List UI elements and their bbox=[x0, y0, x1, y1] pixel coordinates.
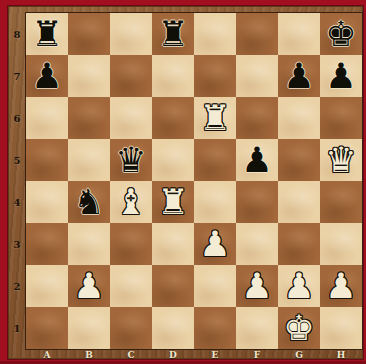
square-b4[interactable]: ♞︎ bbox=[68, 181, 110, 223]
square-f6[interactable] bbox=[236, 97, 278, 139]
rank-label-3: 3 bbox=[8, 223, 26, 265]
square-a4[interactable] bbox=[26, 181, 68, 223]
square-h5[interactable]: ♛︎ bbox=[320, 139, 362, 181]
piece-white-bishop: ♝︎ bbox=[115, 185, 146, 220]
piece-white-queen: ♛︎ bbox=[325, 143, 356, 178]
piece-black-pawn: ♟︎ bbox=[325, 59, 356, 94]
square-b2[interactable]: ♟︎ bbox=[68, 265, 110, 307]
rank-label-8: 8 bbox=[8, 13, 26, 55]
piece-black-rook: ♜︎ bbox=[31, 17, 62, 52]
rank-labels: 87654321 bbox=[8, 13, 26, 349]
square-h6[interactable] bbox=[320, 97, 362, 139]
square-c2[interactable] bbox=[110, 265, 152, 307]
square-f1[interactable] bbox=[236, 307, 278, 349]
square-e7[interactable] bbox=[194, 55, 236, 97]
file-label-b: B bbox=[68, 348, 110, 361]
square-h3[interactable] bbox=[320, 223, 362, 265]
piece-white-rook: ♜︎ bbox=[157, 185, 188, 220]
square-c5[interactable]: ♛︎ bbox=[110, 139, 152, 181]
square-a1[interactable] bbox=[26, 307, 68, 349]
square-e6[interactable]: ♜︎ bbox=[194, 97, 236, 139]
file-label-e: E bbox=[194, 348, 236, 361]
square-b7[interactable] bbox=[68, 55, 110, 97]
piece-black-knight: ♞︎ bbox=[73, 185, 104, 220]
chess-board: ♜︎♜︎♚︎♟︎♟︎♟︎♜︎♛︎♟︎♛︎♞︎♝︎♜︎♟︎♟︎♟︎♟︎♟︎♚︎ bbox=[26, 13, 362, 349]
square-c3[interactable] bbox=[110, 223, 152, 265]
square-b5[interactable] bbox=[68, 139, 110, 181]
piece-black-king: ♚︎ bbox=[325, 17, 356, 52]
square-d2[interactable] bbox=[152, 265, 194, 307]
rank-label-4: 4 bbox=[8, 181, 26, 223]
square-f4[interactable] bbox=[236, 181, 278, 223]
square-e8[interactable] bbox=[194, 13, 236, 55]
file-label-a: A bbox=[26, 348, 68, 361]
square-g4[interactable] bbox=[278, 181, 320, 223]
square-h1[interactable] bbox=[320, 307, 362, 349]
square-h7[interactable]: ♟︎ bbox=[320, 55, 362, 97]
square-h8[interactable]: ♚︎ bbox=[320, 13, 362, 55]
square-e1[interactable] bbox=[194, 307, 236, 349]
square-e5[interactable] bbox=[194, 139, 236, 181]
piece-white-king: ♚︎ bbox=[283, 311, 314, 346]
square-f7[interactable] bbox=[236, 55, 278, 97]
square-d5[interactable] bbox=[152, 139, 194, 181]
piece-black-pawn: ♟︎ bbox=[283, 59, 314, 94]
square-d4[interactable]: ♜︎ bbox=[152, 181, 194, 223]
file-label-f: F bbox=[236, 348, 278, 361]
file-label-h: H bbox=[320, 348, 362, 361]
square-c4[interactable]: ♝︎ bbox=[110, 181, 152, 223]
square-c8[interactable] bbox=[110, 13, 152, 55]
square-b1[interactable] bbox=[68, 307, 110, 349]
square-d8[interactable]: ♜︎ bbox=[152, 13, 194, 55]
square-b3[interactable] bbox=[68, 223, 110, 265]
file-labels: ABCDEFGH bbox=[26, 348, 362, 361]
square-c1[interactable] bbox=[110, 307, 152, 349]
rank-label-2: 2 bbox=[8, 265, 26, 307]
square-g8[interactable] bbox=[278, 13, 320, 55]
piece-black-rook: ♜︎ bbox=[157, 17, 188, 52]
square-f5[interactable]: ♟︎ bbox=[236, 139, 278, 181]
file-label-d: D bbox=[152, 348, 194, 361]
rank-label-7: 7 bbox=[8, 55, 26, 97]
square-a8[interactable]: ♜︎ bbox=[26, 13, 68, 55]
square-g1[interactable]: ♚︎ bbox=[278, 307, 320, 349]
square-b8[interactable] bbox=[68, 13, 110, 55]
piece-white-pawn: ♟︎ bbox=[241, 269, 272, 304]
square-c6[interactable] bbox=[110, 97, 152, 139]
square-d3[interactable] bbox=[152, 223, 194, 265]
file-label-g: G bbox=[278, 348, 320, 361]
piece-black-pawn: ♟︎ bbox=[241, 143, 272, 178]
square-g5[interactable] bbox=[278, 139, 320, 181]
square-d6[interactable] bbox=[152, 97, 194, 139]
square-a2[interactable] bbox=[26, 265, 68, 307]
square-e2[interactable] bbox=[194, 265, 236, 307]
square-g7[interactable]: ♟︎ bbox=[278, 55, 320, 97]
rank-label-1: 1 bbox=[8, 307, 26, 349]
square-h2[interactable]: ♟︎ bbox=[320, 265, 362, 307]
piece-white-rook: ♜︎ bbox=[199, 101, 230, 136]
square-g3[interactable] bbox=[278, 223, 320, 265]
square-c7[interactable] bbox=[110, 55, 152, 97]
square-f3[interactable] bbox=[236, 223, 278, 265]
piece-white-pawn: ♟︎ bbox=[283, 269, 314, 304]
piece-white-pawn: ♟︎ bbox=[73, 269, 104, 304]
square-g6[interactable] bbox=[278, 97, 320, 139]
square-a5[interactable] bbox=[26, 139, 68, 181]
piece-black-pawn: ♟︎ bbox=[31, 59, 62, 94]
square-e4[interactable] bbox=[194, 181, 236, 223]
square-d7[interactable] bbox=[152, 55, 194, 97]
square-d1[interactable] bbox=[152, 307, 194, 349]
piece-black-queen: ♛︎ bbox=[115, 143, 146, 178]
chess-diagram: 87654321 ♜︎♜︎♚︎♟︎♟︎♟︎♜︎♛︎♟︎♛︎♞︎♝︎♜︎♟︎♟︎♟… bbox=[0, 0, 366, 364]
square-a7[interactable]: ♟︎ bbox=[26, 55, 68, 97]
square-h4[interactable] bbox=[320, 181, 362, 223]
piece-white-pawn: ♟︎ bbox=[199, 227, 230, 262]
rank-label-6: 6 bbox=[8, 97, 26, 139]
rank-label-5: 5 bbox=[8, 139, 26, 181]
square-f8[interactable] bbox=[236, 13, 278, 55]
square-a3[interactable] bbox=[26, 223, 68, 265]
file-label-c: C bbox=[110, 348, 152, 361]
piece-white-pawn: ♟︎ bbox=[325, 269, 356, 304]
square-g2[interactable]: ♟︎ bbox=[278, 265, 320, 307]
square-b6[interactable] bbox=[68, 97, 110, 139]
square-f2[interactable]: ♟︎ bbox=[236, 265, 278, 307]
square-a6[interactable] bbox=[26, 97, 68, 139]
square-e3[interactable]: ♟︎ bbox=[194, 223, 236, 265]
